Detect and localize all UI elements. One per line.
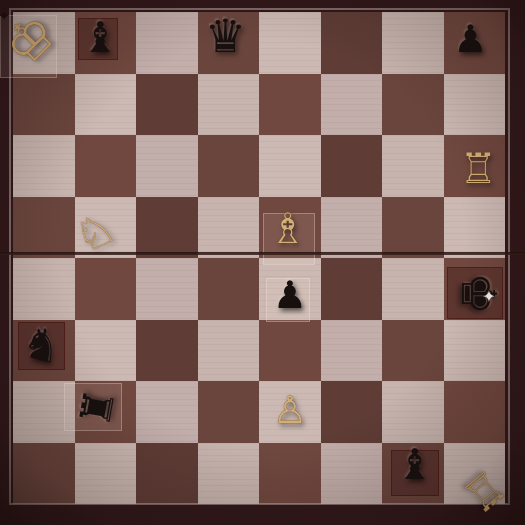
square-e8[interactable] bbox=[259, 12, 321, 74]
square-g3[interactable] bbox=[382, 320, 444, 382]
square-h3[interactable] bbox=[444, 320, 506, 382]
square-b3[interactable] bbox=[75, 320, 137, 382]
square-a5[interactable] bbox=[13, 197, 75, 259]
square-a6[interactable] bbox=[13, 135, 75, 197]
square-f2[interactable] bbox=[321, 381, 383, 443]
square-e1[interactable] bbox=[259, 443, 321, 505]
square-h7[interactable] bbox=[444, 74, 506, 136]
square-d3[interactable] bbox=[198, 320, 260, 382]
square-d1[interactable] bbox=[198, 443, 260, 505]
square-d5[interactable] bbox=[198, 197, 260, 259]
square-a2[interactable] bbox=[13, 381, 75, 443]
square-d7[interactable] bbox=[198, 74, 260, 136]
square-g5[interactable] bbox=[382, 197, 444, 259]
square-f8[interactable] bbox=[321, 12, 383, 74]
square-g2[interactable] bbox=[382, 381, 444, 443]
square-f5[interactable] bbox=[321, 197, 383, 259]
square-a7[interactable] bbox=[13, 74, 75, 136]
square-e7[interactable] bbox=[259, 74, 321, 136]
square-b7[interactable] bbox=[75, 74, 137, 136]
square-g4[interactable] bbox=[382, 258, 444, 320]
square-a1[interactable] bbox=[13, 443, 75, 505]
square-h2[interactable] bbox=[444, 381, 506, 443]
square-d4[interactable] bbox=[198, 258, 260, 320]
square-c8[interactable] bbox=[136, 12, 198, 74]
square-f4[interactable] bbox=[321, 258, 383, 320]
square-b1[interactable] bbox=[75, 443, 137, 505]
square-g7[interactable] bbox=[382, 74, 444, 136]
square-f7[interactable] bbox=[321, 74, 383, 136]
square-c2[interactable] bbox=[136, 381, 198, 443]
square-d2[interactable] bbox=[198, 381, 260, 443]
square-e3[interactable] bbox=[259, 320, 321, 382]
square-f1[interactable] bbox=[321, 443, 383, 505]
square-c1[interactable] bbox=[136, 443, 198, 505]
square-g6[interactable] bbox=[382, 135, 444, 197]
square-f3[interactable] bbox=[321, 320, 383, 382]
square-e6[interactable] bbox=[259, 135, 321, 197]
square-c7[interactable] bbox=[136, 74, 198, 136]
square-c6[interactable] bbox=[136, 135, 198, 197]
square-h5[interactable] bbox=[444, 197, 506, 259]
square-b6[interactable] bbox=[75, 135, 137, 197]
square-c5[interactable] bbox=[136, 197, 198, 259]
square-g8[interactable] bbox=[382, 12, 444, 74]
square-b4[interactable] bbox=[75, 258, 137, 320]
square-d6[interactable] bbox=[198, 135, 260, 197]
square-f6[interactable] bbox=[321, 135, 383, 197]
square-a4[interactable] bbox=[13, 258, 75, 320]
square-c3[interactable] bbox=[136, 320, 198, 382]
square-c4[interactable] bbox=[136, 258, 198, 320]
chessboard-photo: ♔✦♝♛♟♖♘♗♟♚✦♞♜♙♝♖ bbox=[0, 0, 525, 525]
